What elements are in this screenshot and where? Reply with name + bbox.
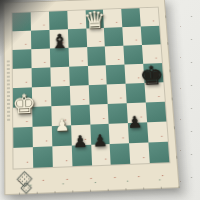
chess-mat: ♛♝♚♚♟♟♟♟ <box>4 0 180 195</box>
board-square-r3c3[interactable] <box>50 48 69 68</box>
board-square-r7c3[interactable] <box>52 125 72 146</box>
board-square-r8c8[interactable] <box>149 142 170 163</box>
board-square-r3c7[interactable] <box>124 45 144 65</box>
board-square-r2c1[interactable] <box>12 31 31 50</box>
board-square-r4c6[interactable] <box>106 65 126 85</box>
board-square-r7c6[interactable] <box>109 123 129 144</box>
board-square-r6c2[interactable] <box>32 106 51 127</box>
board-square-r3c6[interactable] <box>105 46 125 66</box>
board-square-r1c5[interactable] <box>85 10 104 29</box>
board-square-r6c7[interactable] <box>127 102 147 123</box>
board-square-r1c8[interactable] <box>140 8 160 27</box>
board-square-r5c2[interactable] <box>32 87 51 107</box>
board-square-r2c4[interactable] <box>68 29 87 48</box>
board-square-r3c1[interactable] <box>13 49 32 69</box>
board-square-r4c5[interactable] <box>87 65 107 85</box>
board-square-r3c8[interactable] <box>142 44 162 64</box>
margin-print <box>7 60 10 120</box>
board-square-r8c3[interactable] <box>52 146 72 167</box>
board-square-r8c6[interactable] <box>110 143 130 164</box>
board-square-r1c4[interactable] <box>67 10 86 29</box>
board-square-r2c3[interactable] <box>49 29 68 48</box>
board-square-r4c1[interactable] <box>13 68 32 88</box>
board-square-r2c2[interactable] <box>31 30 50 49</box>
board-square-r6c3[interactable] <box>51 105 71 126</box>
board-square-r7c2[interactable] <box>32 126 52 147</box>
board-square-r2c6[interactable] <box>104 27 123 46</box>
board-square-r6c4[interactable] <box>70 105 90 126</box>
board: ♛♝♚♚♟♟♟♟ <box>11 7 170 170</box>
board-square-r8c7[interactable] <box>129 142 150 163</box>
board-square-r5c7[interactable] <box>126 83 146 103</box>
board-square-r1c7[interactable] <box>121 8 140 27</box>
board-square-r8c5[interactable] <box>91 144 111 165</box>
board-square-r6c5[interactable] <box>89 104 109 125</box>
board-square-r3c2[interactable] <box>31 49 50 69</box>
board-square-r1c2[interactable] <box>31 12 50 31</box>
board-square-r2c7[interactable] <box>123 26 143 45</box>
board-square-r7c8[interactable] <box>147 122 168 143</box>
board-square-r1c3[interactable] <box>49 11 68 30</box>
board-square-r1c1[interactable] <box>12 12 31 31</box>
board-square-r7c1[interactable] <box>13 127 33 148</box>
board-square-r8c2[interactable] <box>33 146 53 167</box>
board-square-r4c2[interactable] <box>31 67 50 87</box>
board-square-r2c8[interactable] <box>141 26 161 45</box>
board-square-r5c4[interactable] <box>69 85 89 105</box>
board-square-r5c6[interactable] <box>107 84 127 104</box>
board-square-r6c6[interactable] <box>108 103 128 124</box>
board-square-r2c5[interactable] <box>86 28 105 47</box>
board-square-r3c5[interactable] <box>87 46 106 66</box>
board-square-r3c4[interactable] <box>68 47 87 67</box>
board-square-r5c3[interactable] <box>51 86 70 106</box>
board-square-r1c6[interactable] <box>103 9 122 28</box>
board-square-r5c5[interactable] <box>88 84 108 104</box>
board-square-r4c4[interactable] <box>69 66 88 86</box>
board-square-r4c3[interactable] <box>50 67 69 87</box>
board-square-r4c8[interactable] <box>143 63 163 83</box>
board-square-r7c7[interactable] <box>128 122 148 143</box>
board-square-r4c7[interactable] <box>125 64 145 84</box>
board-square-r5c8[interactable] <box>145 82 165 102</box>
board-square-r7c4[interactable] <box>71 125 91 146</box>
board-square-r7c5[interactable] <box>90 124 110 145</box>
board-square-r6c8[interactable] <box>146 102 166 123</box>
board-square-r5c1[interactable] <box>13 87 32 107</box>
photo-background: ♛♝♚♚♟♟♟♟ <box>0 0 200 200</box>
board-square-r8c1[interactable] <box>13 147 33 168</box>
board-grid <box>11 7 170 170</box>
board-square-r6c1[interactable] <box>13 107 32 128</box>
board-square-r8c4[interactable] <box>71 145 91 166</box>
